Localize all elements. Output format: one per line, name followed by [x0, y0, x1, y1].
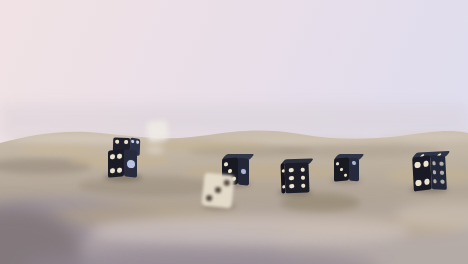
die-six [280, 163, 309, 194]
die-face-center-right [238, 157, 249, 185]
die-right-three-one [334, 158, 359, 181]
die-pip [206, 195, 213, 202]
die-pip [289, 184, 294, 189]
dice-photo-scene [0, 0, 468, 264]
die-face-foreground-white-solo [201, 173, 234, 209]
die-pip [441, 180, 445, 184]
die-pip [223, 179, 230, 186]
die-pip [117, 168, 122, 173]
die-pip [289, 168, 294, 173]
die-pip [289, 176, 294, 181]
die-pip [441, 171, 445, 175]
die-face-far-right-left [412, 155, 432, 192]
die-pip [215, 187, 222, 194]
die-pip [301, 167, 306, 172]
die-stack-bottom [108, 150, 137, 177]
die-pip [301, 175, 306, 180]
dice-layer [0, 0, 468, 264]
die-pip [117, 153, 122, 158]
die-face-airborne-solo [146, 120, 169, 142]
die-pip [301, 183, 306, 188]
die-pip [440, 162, 444, 166]
die-face-right-three-one-left [334, 157, 349, 181]
die-pip [423, 161, 429, 167]
die-foreground-white [201, 173, 234, 209]
die-face-right-three-one-right [349, 157, 359, 181]
die-face-six-front [285, 163, 310, 194]
die-face-stack-bottom-right [124, 149, 137, 177]
die-pip [424, 179, 430, 185]
die-airborne [146, 120, 169, 142]
die-far-right [412, 155, 447, 191]
die-face-far-right-right [431, 155, 447, 190]
die-pip [344, 173, 348, 177]
die-face-stack-bottom-left [108, 149, 124, 177]
